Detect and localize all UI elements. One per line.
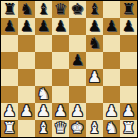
- piece-white-king[interactable]: ♚: [71, 120, 84, 137]
- piece-white-pawn[interactable]: ♟: [20, 103, 33, 120]
- square-a7[interactable]: ♟: [1, 18, 18, 35]
- piece-black-knight[interactable]: ♞: [88, 35, 101, 52]
- square-d6[interactable]: [52, 35, 69, 52]
- square-c4[interactable]: [35, 69, 52, 86]
- square-g5[interactable]: [103, 52, 120, 69]
- square-b8[interactable]: ♞: [18, 1, 35, 18]
- square-a8[interactable]: ♜: [1, 1, 18, 18]
- square-b1[interactable]: [18, 120, 35, 137]
- square-b4[interactable]: [18, 69, 35, 86]
- square-c5[interactable]: [35, 52, 52, 69]
- square-c8[interactable]: ♝: [35, 1, 52, 18]
- piece-white-queen[interactable]: ♛: [54, 120, 67, 137]
- square-d8[interactable]: ♛: [52, 1, 69, 18]
- piece-black-bishop[interactable]: ♝: [37, 1, 50, 18]
- piece-white-knight[interactable]: ♞: [37, 86, 50, 103]
- square-g2[interactable]: ♟: [103, 103, 120, 120]
- piece-black-pawn[interactable]: ♟: [3, 18, 16, 35]
- piece-white-pawn[interactable]: ♟: [105, 103, 118, 120]
- square-g4[interactable]: [103, 69, 120, 86]
- square-h8[interactable]: ♜: [120, 1, 137, 18]
- square-f2[interactable]: [86, 103, 103, 120]
- square-g1[interactable]: ♞: [103, 120, 120, 137]
- square-e6[interactable]: [69, 35, 86, 52]
- square-h1[interactable]: ♜: [120, 120, 137, 137]
- square-e5[interactable]: ♟: [69, 52, 86, 69]
- square-d1[interactable]: ♛: [52, 120, 69, 137]
- piece-black-bishop[interactable]: ♝: [88, 1, 101, 18]
- piece-white-rook[interactable]: ♜: [3, 120, 16, 137]
- piece-white-knight[interactable]: ♞: [105, 120, 118, 137]
- square-e4[interactable]: [69, 69, 86, 86]
- square-h5[interactable]: [120, 52, 137, 69]
- square-h6[interactable]: [120, 35, 137, 52]
- piece-black-pawn[interactable]: ♟: [20, 18, 33, 35]
- piece-black-pawn[interactable]: ♟: [71, 52, 84, 69]
- square-b6[interactable]: [18, 35, 35, 52]
- square-h2[interactable]: ♟: [120, 103, 137, 120]
- square-g7[interactable]: ♟: [103, 18, 120, 35]
- square-h7[interactable]: ♟: [120, 18, 137, 35]
- square-e3[interactable]: [69, 86, 86, 103]
- piece-white-pawn[interactable]: ♟: [122, 103, 135, 120]
- square-a2[interactable]: ♟: [1, 103, 18, 120]
- square-d7[interactable]: ♟: [52, 18, 69, 35]
- square-f4[interactable]: ♟: [86, 69, 103, 86]
- piece-white-bishop[interactable]: ♝: [37, 120, 50, 137]
- square-g6[interactable]: [103, 35, 120, 52]
- square-b5[interactable]: [18, 52, 35, 69]
- piece-black-pawn[interactable]: ♟: [54, 18, 67, 35]
- piece-white-pawn[interactable]: ♟: [3, 103, 16, 120]
- square-f1[interactable]: ♝: [86, 120, 103, 137]
- piece-white-pawn[interactable]: ♟: [37, 103, 50, 120]
- square-d5[interactable]: [52, 52, 69, 69]
- square-c3[interactable]: ♞: [35, 86, 52, 103]
- piece-white-bishop[interactable]: ♝: [88, 120, 101, 137]
- square-b3[interactable]: [18, 86, 35, 103]
- square-e2[interactable]: ♟: [69, 103, 86, 120]
- square-f3[interactable]: [86, 86, 103, 103]
- piece-black-pawn[interactable]: ♟: [88, 18, 101, 35]
- square-f6[interactable]: ♞: [86, 35, 103, 52]
- square-c2[interactable]: ♟: [35, 103, 52, 120]
- square-e7[interactable]: [69, 18, 86, 35]
- square-a1[interactable]: ♜: [1, 120, 18, 137]
- square-c1[interactable]: ♝: [35, 120, 52, 137]
- square-h3[interactable]: [120, 86, 137, 103]
- piece-white-rook[interactable]: ♜: [122, 120, 135, 137]
- square-d3[interactable]: [52, 86, 69, 103]
- piece-white-pawn[interactable]: ♟: [54, 103, 67, 120]
- piece-black-rook[interactable]: ♜: [3, 1, 16, 18]
- square-a3[interactable]: [1, 86, 18, 103]
- square-e1[interactable]: ♚: [69, 120, 86, 137]
- piece-black-pawn[interactable]: ♟: [122, 18, 135, 35]
- square-a4[interactable]: [1, 69, 18, 86]
- square-b2[interactable]: ♟: [18, 103, 35, 120]
- piece-black-pawn[interactable]: ♟: [105, 18, 118, 35]
- square-a6[interactable]: [1, 35, 18, 52]
- piece-black-pawn[interactable]: ♟: [37, 18, 50, 35]
- piece-black-queen[interactable]: ♛: [54, 1, 67, 18]
- square-f5[interactable]: [86, 52, 103, 69]
- square-f8[interactable]: ♝: [86, 1, 103, 18]
- square-f7[interactable]: ♟: [86, 18, 103, 35]
- piece-white-pawn[interactable]: ♟: [71, 103, 84, 120]
- piece-white-pawn[interactable]: ♟: [88, 69, 101, 86]
- square-d4[interactable]: [52, 69, 69, 86]
- piece-black-knight[interactable]: ♞: [20, 1, 33, 18]
- square-a5[interactable]: [1, 52, 18, 69]
- square-h4[interactable]: [120, 69, 137, 86]
- square-e8[interactable]: ♚: [69, 1, 86, 18]
- piece-black-king[interactable]: ♚: [71, 1, 84, 18]
- chess-board: ♜♞♝♛♚♝♜♟♟♟♟♟♟♟♞♟♟♞♟♟♟♟♟♟♟♜♝♛♚♝♞♜: [0, 0, 138, 138]
- square-b7[interactable]: ♟: [18, 18, 35, 35]
- piece-black-rook[interactable]: ♜: [122, 1, 135, 18]
- square-c7[interactable]: ♟: [35, 18, 52, 35]
- square-c6[interactable]: [35, 35, 52, 52]
- square-d2[interactable]: ♟: [52, 103, 69, 120]
- square-g3[interactable]: [103, 86, 120, 103]
- square-g8[interactable]: [103, 1, 120, 18]
